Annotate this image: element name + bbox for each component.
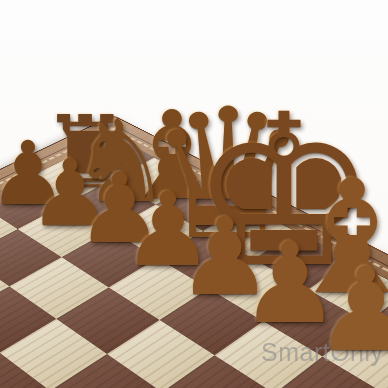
chess-set-product-photo: SmartOnly ♜♞♝♛♚♝♟♟♟♟♟♟♟ bbox=[0, 0, 388, 388]
watermark: SmartOnly bbox=[261, 338, 384, 367]
chess-board bbox=[0, 0, 388, 388]
